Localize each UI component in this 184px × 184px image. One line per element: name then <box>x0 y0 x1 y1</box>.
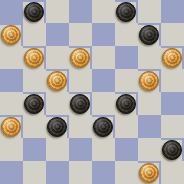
square-h4[interactable] <box>161 92 184 115</box>
square-g3[interactable] <box>138 115 161 138</box>
square-h6[interactable] <box>161 46 184 69</box>
square-f4[interactable] <box>115 92 138 115</box>
square-d3[interactable] <box>69 115 92 138</box>
square-b3[interactable] <box>23 115 46 138</box>
square-c5[interactable] <box>46 69 69 92</box>
square-g6[interactable] <box>138 46 161 69</box>
square-d2[interactable] <box>69 138 92 161</box>
square-f1[interactable] <box>115 161 138 184</box>
square-a6[interactable] <box>0 46 23 69</box>
square-e6[interactable] <box>92 46 115 69</box>
square-b5[interactable] <box>23 69 46 92</box>
checkers-board <box>0 0 184 184</box>
square-e5[interactable] <box>92 69 115 92</box>
white-man-a7[interactable] <box>1 25 21 45</box>
square-g2[interactable] <box>138 138 161 161</box>
white-man-c5[interactable] <box>47 71 67 91</box>
black-man-b8[interactable] <box>24 2 44 22</box>
square-b2[interactable] <box>23 138 46 161</box>
square-c3[interactable] <box>46 115 69 138</box>
square-a2[interactable] <box>0 138 23 161</box>
square-e4[interactable] <box>92 92 115 115</box>
square-d1[interactable] <box>69 161 92 184</box>
square-a7[interactable] <box>0 23 23 46</box>
square-e7[interactable] <box>92 23 115 46</box>
square-b1[interactable] <box>23 161 46 184</box>
white-man-g1[interactable] <box>139 163 159 183</box>
black-man-h2[interactable] <box>162 140 182 160</box>
square-d7[interactable] <box>69 23 92 46</box>
square-f3[interactable] <box>115 115 138 138</box>
square-e3[interactable] <box>92 115 115 138</box>
square-g7[interactable] <box>138 23 161 46</box>
square-g8[interactable] <box>138 0 161 23</box>
square-b6[interactable] <box>23 46 46 69</box>
square-e2[interactable] <box>92 138 115 161</box>
square-a4[interactable] <box>0 92 23 115</box>
square-h1[interactable] <box>161 161 184 184</box>
white-man-a3[interactable] <box>1 117 21 137</box>
square-a5[interactable] <box>0 69 23 92</box>
black-man-g7[interactable] <box>139 25 159 45</box>
square-g1[interactable] <box>138 161 161 184</box>
square-c2[interactable] <box>46 138 69 161</box>
square-h8[interactable] <box>161 0 184 23</box>
square-e1[interactable] <box>92 161 115 184</box>
square-d6[interactable] <box>69 46 92 69</box>
white-man-g5[interactable] <box>139 71 159 91</box>
white-man-h6[interactable] <box>162 48 182 68</box>
square-f5[interactable] <box>115 69 138 92</box>
square-d5[interactable] <box>69 69 92 92</box>
square-d8[interactable] <box>69 0 92 23</box>
square-f2[interactable] <box>115 138 138 161</box>
square-b8[interactable] <box>23 0 46 23</box>
square-c8[interactable] <box>46 0 69 23</box>
square-h5[interactable] <box>161 69 184 92</box>
square-b7[interactable] <box>23 23 46 46</box>
black-man-f8[interactable] <box>116 2 136 22</box>
square-d4[interactable] <box>69 92 92 115</box>
square-f6[interactable] <box>115 46 138 69</box>
square-h7[interactable] <box>161 23 184 46</box>
square-a1[interactable] <box>0 161 23 184</box>
square-c1[interactable] <box>46 161 69 184</box>
black-man-e3[interactable] <box>93 117 113 137</box>
black-man-c3[interactable] <box>47 117 67 137</box>
square-g5[interactable] <box>138 69 161 92</box>
square-a8[interactable] <box>0 0 23 23</box>
square-h3[interactable] <box>161 115 184 138</box>
black-man-d4[interactable] <box>70 94 90 114</box>
square-a3[interactable] <box>0 115 23 138</box>
square-b4[interactable] <box>23 92 46 115</box>
white-man-b6[interactable] <box>24 48 44 68</box>
black-man-f4[interactable] <box>116 94 136 114</box>
square-f7[interactable] <box>115 23 138 46</box>
square-f8[interactable] <box>115 0 138 23</box>
white-man-d6[interactable] <box>70 48 90 68</box>
square-h2[interactable] <box>161 138 184 161</box>
square-e8[interactable] <box>92 0 115 23</box>
black-man-b4[interactable] <box>24 94 44 114</box>
square-c6[interactable] <box>46 46 69 69</box>
square-c7[interactable] <box>46 23 69 46</box>
square-c4[interactable] <box>46 92 69 115</box>
square-g4[interactable] <box>138 92 161 115</box>
